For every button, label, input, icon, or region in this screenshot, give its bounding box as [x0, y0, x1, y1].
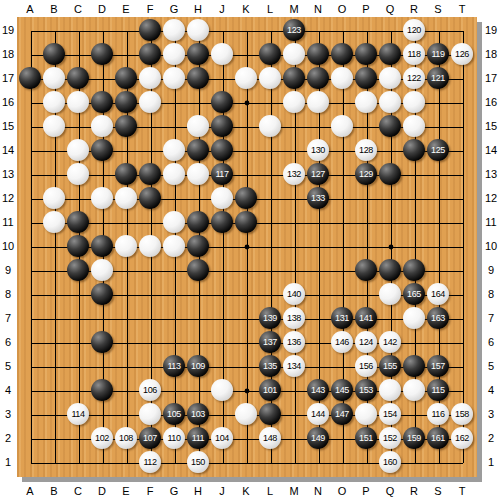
- intersection-G8[interactable]: [162, 282, 186, 306]
- intersection-M6[interactable]: 136: [282, 330, 306, 354]
- intersection-N15[interactable]: [306, 114, 330, 138]
- intersection-L4[interactable]: 101: [258, 378, 282, 402]
- intersection-T12[interactable]: [450, 186, 474, 210]
- intersection-L16[interactable]: [258, 90, 282, 114]
- intersection-O12[interactable]: [330, 186, 354, 210]
- intersection-Q4[interactable]: [378, 378, 402, 402]
- intersection-T16[interactable]: [450, 90, 474, 114]
- intersection-O7[interactable]: 131: [330, 306, 354, 330]
- intersection-Q15[interactable]: [378, 114, 402, 138]
- intersection-K11[interactable]: [234, 210, 258, 234]
- intersection-Q10[interactable]: [378, 234, 402, 258]
- intersection-D14[interactable]: [90, 138, 114, 162]
- intersection-H14[interactable]: [186, 138, 210, 162]
- intersection-Q5[interactable]: 155: [378, 354, 402, 378]
- intersection-K14[interactable]: [234, 138, 258, 162]
- intersection-E11[interactable]: [114, 210, 138, 234]
- intersection-M4[interactable]: [282, 378, 306, 402]
- intersection-B10[interactable]: [42, 234, 66, 258]
- intersection-N17[interactable]: [306, 66, 330, 90]
- intersection-A18[interactable]: [18, 42, 42, 66]
- intersection-G3[interactable]: 105: [162, 402, 186, 426]
- intersection-P11[interactable]: [354, 210, 378, 234]
- intersection-H8[interactable]: [186, 282, 210, 306]
- intersection-F12[interactable]: [138, 186, 162, 210]
- intersection-D6[interactable]: [90, 330, 114, 354]
- intersection-O9[interactable]: [330, 258, 354, 282]
- intersection-D13[interactable]: [90, 162, 114, 186]
- intersection-L7[interactable]: 139: [258, 306, 282, 330]
- intersection-L12[interactable]: [258, 186, 282, 210]
- intersection-N6[interactable]: [306, 330, 330, 354]
- intersection-K6[interactable]: [234, 330, 258, 354]
- intersection-S5[interactable]: 157: [426, 354, 450, 378]
- intersection-L8[interactable]: [258, 282, 282, 306]
- intersection-N12[interactable]: 133: [306, 186, 330, 210]
- intersection-J7[interactable]: [210, 306, 234, 330]
- intersection-G19[interactable]: [162, 18, 186, 42]
- intersection-K16[interactable]: [234, 90, 258, 114]
- intersection-F1[interactable]: 112: [138, 450, 162, 474]
- intersection-Q17[interactable]: [378, 66, 402, 90]
- intersection-O19[interactable]: [330, 18, 354, 42]
- intersection-T10[interactable]: [450, 234, 474, 258]
- intersection-L9[interactable]: [258, 258, 282, 282]
- intersection-F10[interactable]: [138, 234, 162, 258]
- intersection-O11[interactable]: [330, 210, 354, 234]
- intersection-Q6[interactable]: 142: [378, 330, 402, 354]
- intersection-L19[interactable]: [258, 18, 282, 42]
- intersection-A8[interactable]: [18, 282, 42, 306]
- intersection-L2[interactable]: 148: [258, 426, 282, 450]
- intersection-O3[interactable]: 147: [330, 402, 354, 426]
- intersection-O5[interactable]: [330, 354, 354, 378]
- intersection-F8[interactable]: [138, 282, 162, 306]
- intersection-T5[interactable]: [450, 354, 474, 378]
- intersection-J3[interactable]: [210, 402, 234, 426]
- intersection-E18[interactable]: [114, 42, 138, 66]
- intersection-T14[interactable]: [450, 138, 474, 162]
- intersection-H5[interactable]: 109: [186, 354, 210, 378]
- intersection-H10[interactable]: [186, 234, 210, 258]
- intersection-M18[interactable]: [282, 42, 306, 66]
- intersection-P19[interactable]: [354, 18, 378, 42]
- intersection-J14[interactable]: [210, 138, 234, 162]
- intersection-H3[interactable]: 103: [186, 402, 210, 426]
- intersection-C15[interactable]: [66, 114, 90, 138]
- intersection-K5[interactable]: [234, 354, 258, 378]
- intersection-B11[interactable]: [42, 210, 66, 234]
- intersection-B18[interactable]: [42, 42, 66, 66]
- intersection-G10[interactable]: [162, 234, 186, 258]
- intersection-E1[interactable]: [114, 450, 138, 474]
- intersection-R15[interactable]: [402, 114, 426, 138]
- intersection-N7[interactable]: [306, 306, 330, 330]
- intersection-L15[interactable]: [258, 114, 282, 138]
- intersection-T13[interactable]: [450, 162, 474, 186]
- intersection-O15[interactable]: [330, 114, 354, 138]
- intersection-C10[interactable]: [66, 234, 90, 258]
- intersection-C3[interactable]: 114: [66, 402, 90, 426]
- intersection-C4[interactable]: [66, 378, 90, 402]
- intersection-C2[interactable]: [66, 426, 90, 450]
- intersection-H2[interactable]: 111: [186, 426, 210, 450]
- intersection-S18[interactable]: 119: [426, 42, 450, 66]
- intersection-P16[interactable]: [354, 90, 378, 114]
- intersection-L10[interactable]: [258, 234, 282, 258]
- intersection-S11[interactable]: [426, 210, 450, 234]
- intersection-J17[interactable]: [210, 66, 234, 90]
- intersection-F19[interactable]: [138, 18, 162, 42]
- intersection-C12[interactable]: [66, 186, 90, 210]
- intersection-R18[interactable]: 118: [402, 42, 426, 66]
- intersection-P17[interactable]: [354, 66, 378, 90]
- intersection-G14[interactable]: [162, 138, 186, 162]
- intersection-C13[interactable]: [66, 162, 90, 186]
- intersection-R3[interactable]: [402, 402, 426, 426]
- intersection-P5[interactable]: 156: [354, 354, 378, 378]
- intersection-E2[interactable]: 108: [114, 426, 138, 450]
- intersection-H19[interactable]: [186, 18, 210, 42]
- intersection-T19[interactable]: [450, 18, 474, 42]
- intersection-S2[interactable]: 161: [426, 426, 450, 450]
- intersection-C11[interactable]: [66, 210, 90, 234]
- intersection-F17[interactable]: [138, 66, 162, 90]
- intersection-T9[interactable]: [450, 258, 474, 282]
- intersection-F7[interactable]: [138, 306, 162, 330]
- intersection-O4[interactable]: 145: [330, 378, 354, 402]
- intersection-N2[interactable]: 149: [306, 426, 330, 450]
- intersection-K9[interactable]: [234, 258, 258, 282]
- intersection-O17[interactable]: [330, 66, 354, 90]
- intersection-S9[interactable]: [426, 258, 450, 282]
- intersection-F14[interactable]: [138, 138, 162, 162]
- intersection-B12[interactable]: [42, 186, 66, 210]
- intersection-C7[interactable]: [66, 306, 90, 330]
- intersection-C16[interactable]: [66, 90, 90, 114]
- intersection-J8[interactable]: [210, 282, 234, 306]
- intersection-A19[interactable]: [18, 18, 42, 42]
- intersection-Q2[interactable]: 152: [378, 426, 402, 450]
- intersection-R12[interactable]: [402, 186, 426, 210]
- intersection-G11[interactable]: [162, 210, 186, 234]
- intersection-L11[interactable]: [258, 210, 282, 234]
- intersection-F13[interactable]: [138, 162, 162, 186]
- intersection-S10[interactable]: [426, 234, 450, 258]
- intersection-L18[interactable]: [258, 42, 282, 66]
- intersection-G7[interactable]: [162, 306, 186, 330]
- intersection-E16[interactable]: [114, 90, 138, 114]
- intersection-K13[interactable]: [234, 162, 258, 186]
- intersection-D15[interactable]: [90, 114, 114, 138]
- intersection-S14[interactable]: 125: [426, 138, 450, 162]
- intersection-Q19[interactable]: [378, 18, 402, 42]
- intersection-M3[interactable]: [282, 402, 306, 426]
- intersection-F4[interactable]: 106: [138, 378, 162, 402]
- intersection-S6[interactable]: [426, 330, 450, 354]
- intersection-C1[interactable]: [66, 450, 90, 474]
- intersection-H18[interactable]: [186, 42, 210, 66]
- intersection-H15[interactable]: [186, 114, 210, 138]
- intersection-R10[interactable]: [402, 234, 426, 258]
- intersection-B19[interactable]: [42, 18, 66, 42]
- intersection-B13[interactable]: [42, 162, 66, 186]
- intersection-H13[interactable]: [186, 162, 210, 186]
- intersection-E14[interactable]: [114, 138, 138, 162]
- intersection-Q8[interactable]: [378, 282, 402, 306]
- intersection-A3[interactable]: [18, 402, 42, 426]
- intersection-A5[interactable]: [18, 354, 42, 378]
- intersection-R19[interactable]: 120: [402, 18, 426, 42]
- intersection-N11[interactable]: [306, 210, 330, 234]
- intersection-Q13[interactable]: [378, 162, 402, 186]
- intersection-A9[interactable]: [18, 258, 42, 282]
- intersection-K7[interactable]: [234, 306, 258, 330]
- intersection-G9[interactable]: [162, 258, 186, 282]
- intersection-J18[interactable]: [210, 42, 234, 66]
- intersection-S16[interactable]: [426, 90, 450, 114]
- intersection-S15[interactable]: [426, 114, 450, 138]
- intersection-Q18[interactable]: [378, 42, 402, 66]
- intersection-T15[interactable]: [450, 114, 474, 138]
- intersection-M5[interactable]: 134: [282, 354, 306, 378]
- intersection-S12[interactable]: [426, 186, 450, 210]
- intersection-G16[interactable]: [162, 90, 186, 114]
- intersection-P1[interactable]: [354, 450, 378, 474]
- intersection-A12[interactable]: [18, 186, 42, 210]
- intersection-G1[interactable]: [162, 450, 186, 474]
- intersection-T8[interactable]: [450, 282, 474, 306]
- intersection-P8[interactable]: [354, 282, 378, 306]
- intersection-J12[interactable]: [210, 186, 234, 210]
- intersection-P9[interactable]: [354, 258, 378, 282]
- intersection-A16[interactable]: [18, 90, 42, 114]
- intersection-J19[interactable]: [210, 18, 234, 42]
- intersection-G12[interactable]: [162, 186, 186, 210]
- intersection-C6[interactable]: [66, 330, 90, 354]
- intersection-B6[interactable]: [42, 330, 66, 354]
- intersection-T2[interactable]: 162: [450, 426, 474, 450]
- intersection-A2[interactable]: [18, 426, 42, 450]
- intersection-L17[interactable]: [258, 66, 282, 90]
- intersection-M14[interactable]: [282, 138, 306, 162]
- intersection-K3[interactable]: [234, 402, 258, 426]
- intersection-E19[interactable]: [114, 18, 138, 42]
- intersection-H4[interactable]: [186, 378, 210, 402]
- intersection-C9[interactable]: [66, 258, 90, 282]
- intersection-J15[interactable]: [210, 114, 234, 138]
- intersection-S7[interactable]: 163: [426, 306, 450, 330]
- intersection-N1[interactable]: [306, 450, 330, 474]
- intersection-S8[interactable]: 164: [426, 282, 450, 306]
- intersection-L5[interactable]: 135: [258, 354, 282, 378]
- intersection-H17[interactable]: [186, 66, 210, 90]
- intersection-B17[interactable]: [42, 66, 66, 90]
- intersection-P4[interactable]: 153: [354, 378, 378, 402]
- intersection-L14[interactable]: [258, 138, 282, 162]
- intersection-A17[interactable]: [18, 66, 42, 90]
- intersection-O18[interactable]: [330, 42, 354, 66]
- intersection-T18[interactable]: 126: [450, 42, 474, 66]
- intersection-D2[interactable]: 102: [90, 426, 114, 450]
- intersection-R8[interactable]: 165: [402, 282, 426, 306]
- intersection-B3[interactable]: [42, 402, 66, 426]
- intersection-O1[interactable]: [330, 450, 354, 474]
- intersection-A7[interactable]: [18, 306, 42, 330]
- intersection-G5[interactable]: 113: [162, 354, 186, 378]
- intersection-J2[interactable]: 104: [210, 426, 234, 450]
- intersection-T3[interactable]: 158: [450, 402, 474, 426]
- intersection-L13[interactable]: [258, 162, 282, 186]
- intersection-H16[interactable]: [186, 90, 210, 114]
- intersection-H9[interactable]: [186, 258, 210, 282]
- intersection-A11[interactable]: [18, 210, 42, 234]
- intersection-M7[interactable]: 138: [282, 306, 306, 330]
- intersection-A4[interactable]: [18, 378, 42, 402]
- intersection-K1[interactable]: [234, 450, 258, 474]
- intersection-J10[interactable]: [210, 234, 234, 258]
- intersection-J4[interactable]: [210, 378, 234, 402]
- intersection-S4[interactable]: 115: [426, 378, 450, 402]
- intersection-R6[interactable]: [402, 330, 426, 354]
- intersection-R14[interactable]: [402, 138, 426, 162]
- intersection-T1[interactable]: [450, 450, 474, 474]
- intersection-E3[interactable]: [114, 402, 138, 426]
- intersection-F5[interactable]: [138, 354, 162, 378]
- intersection-D11[interactable]: [90, 210, 114, 234]
- intersection-P3[interactable]: [354, 402, 378, 426]
- intersection-H12[interactable]: [186, 186, 210, 210]
- intersection-M11[interactable]: [282, 210, 306, 234]
- intersection-S13[interactable]: [426, 162, 450, 186]
- intersection-D4[interactable]: [90, 378, 114, 402]
- intersection-D16[interactable]: [90, 90, 114, 114]
- intersection-B15[interactable]: [42, 114, 66, 138]
- intersection-R13[interactable]: [402, 162, 426, 186]
- intersection-N8[interactable]: [306, 282, 330, 306]
- intersection-R9[interactable]: [402, 258, 426, 282]
- intersection-N18[interactable]: [306, 42, 330, 66]
- intersection-F18[interactable]: [138, 42, 162, 66]
- intersection-N9[interactable]: [306, 258, 330, 282]
- intersection-G13[interactable]: [162, 162, 186, 186]
- intersection-B14[interactable]: [42, 138, 66, 162]
- intersection-D3[interactable]: [90, 402, 114, 426]
- intersection-N16[interactable]: [306, 90, 330, 114]
- intersection-K19[interactable]: [234, 18, 258, 42]
- intersection-K12[interactable]: [234, 186, 258, 210]
- intersection-M13[interactable]: 132: [282, 162, 306, 186]
- intersection-E10[interactable]: [114, 234, 138, 258]
- intersection-T6[interactable]: [450, 330, 474, 354]
- intersection-M17[interactable]: [282, 66, 306, 90]
- intersection-O16[interactable]: [330, 90, 354, 114]
- intersection-S17[interactable]: 121: [426, 66, 450, 90]
- intersection-D10[interactable]: [90, 234, 114, 258]
- intersection-O8[interactable]: [330, 282, 354, 306]
- intersection-G15[interactable]: [162, 114, 186, 138]
- intersection-Q7[interactable]: [378, 306, 402, 330]
- intersection-E12[interactable]: [114, 186, 138, 210]
- intersection-A6[interactable]: [18, 330, 42, 354]
- intersection-F3[interactable]: [138, 402, 162, 426]
- intersection-J13[interactable]: 117: [210, 162, 234, 186]
- intersection-B9[interactable]: [42, 258, 66, 282]
- intersection-O6[interactable]: 146: [330, 330, 354, 354]
- intersection-K4[interactable]: [234, 378, 258, 402]
- intersection-E5[interactable]: [114, 354, 138, 378]
- intersection-M12[interactable]: [282, 186, 306, 210]
- intersection-A15[interactable]: [18, 114, 42, 138]
- intersection-M2[interactable]: [282, 426, 306, 450]
- intersection-D18[interactable]: [90, 42, 114, 66]
- intersection-D1[interactable]: [90, 450, 114, 474]
- intersection-G4[interactable]: [162, 378, 186, 402]
- intersection-F2[interactable]: 107: [138, 426, 162, 450]
- intersection-D9[interactable]: [90, 258, 114, 282]
- intersection-J9[interactable]: [210, 258, 234, 282]
- intersection-E13[interactable]: [114, 162, 138, 186]
- intersection-C17[interactable]: [66, 66, 90, 90]
- intersection-R1[interactable]: [402, 450, 426, 474]
- intersection-R17[interactable]: 122: [402, 66, 426, 90]
- intersection-G18[interactable]: [162, 42, 186, 66]
- intersection-D12[interactable]: [90, 186, 114, 210]
- intersection-J1[interactable]: [210, 450, 234, 474]
- intersection-R2[interactable]: 159: [402, 426, 426, 450]
- intersection-P10[interactable]: [354, 234, 378, 258]
- intersection-M9[interactable]: [282, 258, 306, 282]
- intersection-P12[interactable]: [354, 186, 378, 210]
- intersection-E15[interactable]: [114, 114, 138, 138]
- intersection-O10[interactable]: [330, 234, 354, 258]
- intersection-A10[interactable]: [18, 234, 42, 258]
- intersection-B4[interactable]: [42, 378, 66, 402]
- intersection-M16[interactable]: [282, 90, 306, 114]
- intersection-B16[interactable]: [42, 90, 66, 114]
- intersection-L3[interactable]: [258, 402, 282, 426]
- intersection-F16[interactable]: [138, 90, 162, 114]
- intersection-M19[interactable]: 123: [282, 18, 306, 42]
- intersection-R7[interactable]: [402, 306, 426, 330]
- intersection-D7[interactable]: [90, 306, 114, 330]
- intersection-H1[interactable]: 150: [186, 450, 210, 474]
- intersection-O2[interactable]: [330, 426, 354, 450]
- intersection-K2[interactable]: [234, 426, 258, 450]
- intersection-T11[interactable]: [450, 210, 474, 234]
- intersection-E6[interactable]: [114, 330, 138, 354]
- intersection-F15[interactable]: [138, 114, 162, 138]
- intersection-E7[interactable]: [114, 306, 138, 330]
- intersection-H6[interactable]: [186, 330, 210, 354]
- intersection-J6[interactable]: [210, 330, 234, 354]
- intersection-J16[interactable]: [210, 90, 234, 114]
- intersection-F6[interactable]: [138, 330, 162, 354]
- intersection-Q3[interactable]: 154: [378, 402, 402, 426]
- intersection-F11[interactable]: [138, 210, 162, 234]
- intersection-R5[interactable]: [402, 354, 426, 378]
- intersection-M8[interactable]: 140: [282, 282, 306, 306]
- intersection-D8[interactable]: [90, 282, 114, 306]
- intersection-N5[interactable]: [306, 354, 330, 378]
- intersection-L6[interactable]: 137: [258, 330, 282, 354]
- intersection-T7[interactable]: [450, 306, 474, 330]
- intersection-K15[interactable]: [234, 114, 258, 138]
- intersection-B8[interactable]: [42, 282, 66, 306]
- intersection-D17[interactable]: [90, 66, 114, 90]
- intersection-K18[interactable]: [234, 42, 258, 66]
- intersection-P6[interactable]: 124: [354, 330, 378, 354]
